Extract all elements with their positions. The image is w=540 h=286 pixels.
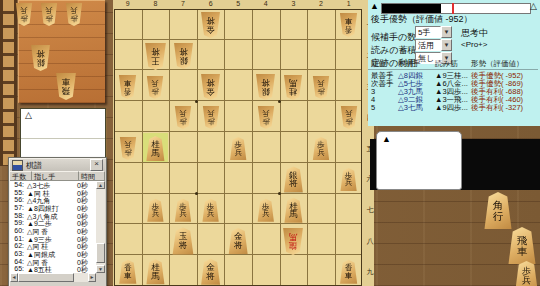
kifu-row[interactable]: 64:△同 香0秒 bbox=[10, 258, 96, 266]
scroll-right-icon[interactable]: ► bbox=[88, 273, 96, 282]
move-time: 0秒 bbox=[75, 235, 88, 243]
kifu-row[interactable]: 56:△4九角0秒 bbox=[10, 196, 96, 204]
vertical-scroll-thumb[interactable] bbox=[96, 243, 105, 263]
move-text: △3八角成 bbox=[24, 212, 75, 220]
gote-eval-mark: △ bbox=[530, 1, 537, 11]
sente-mark: ▲ bbox=[382, 134, 391, 144]
kifu-row[interactable]: 62:△同 桂0秒 bbox=[10, 242, 96, 250]
candidates-count-select[interactable]: 5手 bbox=[415, 26, 441, 38]
file-coordinate-label: 5 bbox=[233, 0, 243, 7]
move-time: 0秒 bbox=[75, 219, 88, 227]
file-coordinate-label: 6 bbox=[206, 0, 216, 7]
kifu-header-moveno[interactable]: 手数 bbox=[10, 171, 32, 181]
kifu-move-list[interactable]: 54:△3七歩0秒55:▲同 桂0秒56:△4九角0秒57:▲8四銀打0秒58:… bbox=[10, 181, 96, 273]
move-time: 0秒 bbox=[75, 250, 88, 258]
move-text: ▲9二歩 bbox=[24, 219, 75, 227]
board-star-point bbox=[278, 100, 281, 103]
sente-eval-mark: ▲ bbox=[370, 1, 379, 11]
candidate-row[interactable]: 次善手△5七歩▲6八金...後手優勢( -869) bbox=[368, 79, 540, 87]
move-text: △同 桂 bbox=[24, 242, 75, 250]
reading-reuse-select[interactable]: 活用 bbox=[415, 39, 441, 51]
kifu-row[interactable]: 57:▲8四銀打0秒 bbox=[10, 204, 96, 212]
move-text: △4九角 bbox=[24, 196, 75, 204]
header-line: 読み筋 bbox=[435, 59, 458, 69]
horizontal-scroll-thumb[interactable] bbox=[18, 273, 74, 282]
file-coordinate-label: 7 bbox=[178, 0, 188, 7]
candidate-eval: 後手有利( -327) bbox=[471, 103, 523, 113]
kifu-row[interactable]: 65:▲8五桂0秒 bbox=[10, 265, 96, 273]
file-coordinate-label: 4 bbox=[261, 0, 271, 7]
move-time: 0秒 bbox=[75, 181, 88, 189]
chevron-down-icon[interactable]: ▼ bbox=[441, 39, 452, 51]
kifu-row[interactable]: 61:▲9三歩0秒 bbox=[10, 235, 96, 243]
scroll-left-icon[interactable]: ◄ bbox=[10, 273, 18, 282]
move-number: 61: bbox=[10, 235, 24, 243]
move-time: 0秒 bbox=[75, 204, 88, 212]
gote-box-divider bbox=[21, 138, 105, 139]
kifu-row[interactable]: 58:△3八角成0秒 bbox=[10, 212, 96, 220]
file-coordinate-label: 9 bbox=[123, 0, 133, 7]
move-time: 0秒 bbox=[75, 258, 88, 266]
move-text: ▲8五桂 bbox=[24, 265, 75, 273]
candidate-row[interactable]: 5△3七馬▲9四歩...後手有利( -327) bbox=[368, 103, 540, 111]
kifu-header-time[interactable]: 時間 bbox=[79, 171, 105, 181]
kifu-row[interactable]: 55:▲同 桂0秒 bbox=[10, 189, 96, 197]
move-number: 64: bbox=[10, 258, 24, 266]
thinking-status: 思考中 bbox=[461, 27, 488, 40]
move-number: 62: bbox=[10, 242, 24, 250]
kifu-row[interactable]: 54:△3七歩0秒 bbox=[10, 181, 96, 189]
candidate-row[interactable]: 最善手△8四銀▲9三桂...後手優勢( -952) bbox=[368, 71, 540, 79]
close-icon[interactable]: × bbox=[90, 159, 103, 171]
file-coordinate-label: 8 bbox=[150, 0, 160, 7]
candidate-move: △3七馬 bbox=[398, 103, 423, 113]
move-number: 58: bbox=[10, 212, 24, 220]
move-text: △同 香 bbox=[24, 227, 75, 235]
move-number: 60: bbox=[10, 227, 24, 235]
rank-coordinate-label: 九 bbox=[365, 267, 375, 277]
move-number: 55: bbox=[10, 189, 24, 197]
engine-status: <Pro+> bbox=[461, 40, 487, 49]
header-eval: 形勢（評価値） bbox=[471, 59, 524, 69]
candidate-row[interactable]: 4△9二銀▲3一飛...後手有利( -460) bbox=[368, 95, 540, 103]
kifu-header-move[interactable]: 指し手 bbox=[32, 171, 79, 181]
scroll-down-icon[interactable]: ▼ bbox=[96, 265, 105, 273]
evaluation-bar-black-fill bbox=[382, 4, 441, 13]
move-time: 0秒 bbox=[75, 189, 88, 197]
move-number: 56: bbox=[10, 196, 24, 204]
move-time: 0秒 bbox=[75, 227, 88, 235]
kifu-window: 棋譜 × 手数 指し手 時間 54:△3七歩0秒55:▲同 桂0秒56:△4九角… bbox=[8, 157, 107, 286]
evaluation-text: 後手優勢（評価値 -952） bbox=[371, 13, 473, 26]
move-text: △3七歩 bbox=[24, 181, 75, 189]
candidate-row[interactable]: 3△3九馬▲3四歩...後手有利( -688) bbox=[368, 87, 540, 95]
kifu-vertical-scrollbar[interactable]: ▲ ▼ bbox=[96, 181, 105, 273]
shogi-app-window: △ 987654321 一二三四五六七八九 金将香車王将銀将香車歩兵金将銀将桂馬… bbox=[0, 0, 540, 286]
sente-player-box: ▲ bbox=[376, 131, 462, 190]
chevron-down-icon[interactable]: ▼ bbox=[441, 26, 452, 38]
move-text: ▲8四銀打 bbox=[24, 204, 75, 212]
kifu-window-titlebar[interactable]: 棋譜 × bbox=[10, 159, 105, 171]
move-text: ▲同 桂 bbox=[24, 189, 75, 197]
kifu-row[interactable]: 63:▲同銀成0秒 bbox=[10, 250, 96, 258]
kifu-row[interactable]: 59:▲9二歩0秒 bbox=[10, 219, 96, 227]
file-coordinate-label: 1 bbox=[344, 0, 354, 7]
table-header-underline bbox=[368, 69, 538, 70]
piece-box-strip bbox=[0, 0, 17, 166]
move-text: ▲9三歩 bbox=[24, 235, 75, 243]
sente-piece-飛車[interactable]: 飛車 bbox=[507, 227, 537, 264]
rank-coordinate-label: 七 bbox=[365, 205, 375, 215]
move-text: △同 香 bbox=[24, 258, 75, 266]
move-number: 63: bbox=[10, 250, 24, 258]
analysis-panel: ▲ △ 後手優勢（評価値 -952） 候補手の数 5手 ▼ 思考中 読みの蓄積 … bbox=[368, 0, 540, 126]
move-number: 54: bbox=[10, 181, 24, 189]
move-number: 59: bbox=[10, 219, 24, 227]
gote-player-box: △ bbox=[20, 108, 106, 163]
kifu-window-icon bbox=[12, 160, 23, 171]
gote-mark: △ bbox=[25, 110, 32, 120]
scroll-up-icon[interactable]: ▲ bbox=[96, 181, 105, 189]
move-time: 0秒 bbox=[75, 212, 88, 220]
move-number: 65: bbox=[10, 265, 24, 273]
header-candidate: 候補手 bbox=[398, 59, 421, 69]
rank-coordinate-label: 八 bbox=[365, 236, 375, 246]
move-text: ▲同銀成 bbox=[24, 250, 75, 258]
move-time: 0秒 bbox=[75, 242, 88, 250]
kifu-list-header: 手数 指し手 時間 bbox=[10, 171, 105, 181]
file-coordinate-label: 2 bbox=[316, 0, 326, 7]
sente-piece-角行[interactable]: 角行 bbox=[483, 192, 513, 229]
sente-piece-歩兵[interactable]: 歩兵 bbox=[514, 261, 539, 286]
header-rank: 順位 bbox=[371, 59, 386, 69]
kifu-horizontal-scrollbar[interactable]: ◄ ► bbox=[10, 273, 96, 282]
candidate-line: ▲9四歩... bbox=[435, 103, 468, 113]
candidate-rank: 5 bbox=[371, 103, 375, 112]
file-coordinate-label: 3 bbox=[288, 0, 298, 7]
move-time: 0秒 bbox=[75, 196, 88, 204]
move-number: 57: bbox=[10, 204, 24, 212]
kifu-row[interactable]: 60:△同 香0秒 bbox=[10, 227, 96, 235]
kifu-window-title: 棋譜 bbox=[26, 160, 90, 171]
move-time: 0秒 bbox=[75, 265, 88, 273]
